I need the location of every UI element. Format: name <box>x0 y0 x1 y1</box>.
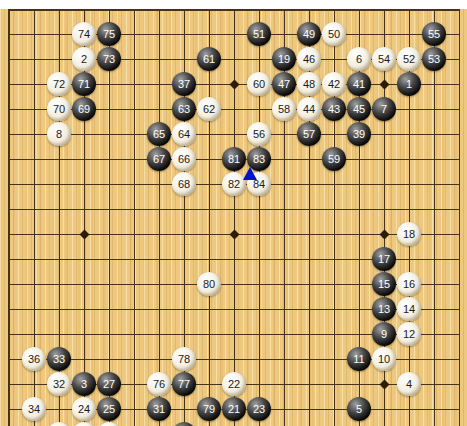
stone-move-number: 7 <box>381 104 387 115</box>
stone-black-3: 3 <box>72 372 96 396</box>
stone-move-number: 24 <box>78 404 90 415</box>
stone-white-54: 54 <box>372 47 396 71</box>
stone-move-number: 34 <box>28 404 40 415</box>
stone-black-73: 73 <box>97 47 121 71</box>
stone-black-79: 79 <box>197 397 221 421</box>
stone-move-number: 22 <box>228 379 240 390</box>
stone-white-32: 32 <box>47 372 71 396</box>
stone-move-number: 31 <box>153 404 165 415</box>
stone-move-number: 62 <box>203 104 215 115</box>
stone-black-67: 67 <box>147 147 171 171</box>
stone-black-69: 69 <box>72 97 96 121</box>
stone-black-23: 23 <box>247 397 271 421</box>
grid-vline <box>109 9 110 426</box>
stone-black-17: 17 <box>372 247 396 271</box>
stone-move-number: 18 <box>403 229 415 240</box>
stone-move-number: 49 <box>303 29 315 40</box>
stone-black-63: 63 <box>172 97 196 121</box>
stone-move-number: 74 <box>78 29 90 40</box>
stone-move-number: 65 <box>153 129 165 140</box>
stone-white-48: 48 <box>297 72 321 96</box>
stone-white-52: 52 <box>397 47 421 71</box>
stone-white-64: 64 <box>172 122 196 146</box>
stone-move-number: 76 <box>153 379 165 390</box>
stone-move-number: 1 <box>406 79 412 90</box>
stone-move-number: 45 <box>353 104 365 115</box>
stone-black-43: 43 <box>322 97 346 121</box>
stone-move-number: 48 <box>303 79 315 90</box>
stone-white-14: 14 <box>397 297 421 321</box>
grid-vline <box>459 9 460 426</box>
stone-move-number: 37 <box>178 79 190 90</box>
star-point <box>79 229 89 239</box>
grid-vline <box>159 9 160 426</box>
stone-move-number: 61 <box>203 54 215 65</box>
stone-move-number: 42 <box>328 79 340 90</box>
go-board[interactable]: 7475514950552736119466545253727137604748… <box>0 0 467 426</box>
stone-move-number: 16 <box>403 279 415 290</box>
stone-move-number: 59 <box>328 154 340 165</box>
stone-move-number: 23 <box>253 404 265 415</box>
stone-black-71: 71 <box>72 72 96 96</box>
stone-move-number: 57 <box>303 129 315 140</box>
stone-move-number: 41 <box>353 79 365 90</box>
stone-black-37: 37 <box>172 72 196 96</box>
stone-black-49: 49 <box>297 22 321 46</box>
stone-black-19: 19 <box>272 47 296 71</box>
stone-black-13: 13 <box>372 297 396 321</box>
stone-black-7: 7 <box>372 97 396 121</box>
stone-move-number: 64 <box>178 129 190 140</box>
stone-black-5: 5 <box>347 397 371 421</box>
stone-black-77: 77 <box>172 372 196 396</box>
grid-hline <box>8 209 460 210</box>
stone-move-number: 8 <box>56 129 62 140</box>
stone-move-number: 44 <box>303 104 315 115</box>
stone-white-66: 66 <box>172 147 196 171</box>
stone-white-36: 36 <box>22 347 46 371</box>
stone-black-51: 51 <box>247 22 271 46</box>
stone-black-27: 27 <box>97 372 121 396</box>
stone-white-22: 22 <box>222 372 246 396</box>
stone-move-number: 79 <box>203 404 215 415</box>
stone-white-58: 58 <box>272 97 296 121</box>
stone-white-78: 78 <box>172 347 196 371</box>
stone-white-74: 74 <box>72 22 96 46</box>
stone-move-number: 77 <box>178 379 190 390</box>
stone-move-number: 10 <box>378 354 390 365</box>
stone-white-46: 46 <box>297 47 321 71</box>
stone-move-number: 69 <box>78 104 90 115</box>
star-point <box>379 379 389 389</box>
stone-black-53: 53 <box>422 47 446 71</box>
stone-white-50: 50 <box>322 22 346 46</box>
stone-white-2: 2 <box>72 47 96 71</box>
stone-partial <box>97 422 121 426</box>
go-app-window: 7475514950552736119466545253727137604748… <box>0 0 467 426</box>
star-point <box>229 229 239 239</box>
stone-black-45: 45 <box>347 97 371 121</box>
stone-move-number: 83 <box>253 154 265 165</box>
stone-white-8: 8 <box>47 122 71 146</box>
stone-move-number: 46 <box>303 54 315 65</box>
stone-move-number: 81 <box>228 154 240 165</box>
stone-move-number: 25 <box>103 404 115 415</box>
grid-vline <box>434 9 435 426</box>
stone-black-65: 65 <box>147 122 171 146</box>
stone-move-number: 52 <box>403 54 415 65</box>
stone-black-39: 39 <box>347 122 371 146</box>
stone-move-number: 11 <box>353 354 364 365</box>
stone-move-number: 2 <box>81 54 87 65</box>
stone-move-number: 21 <box>228 404 240 415</box>
stone-black-47: 47 <box>272 72 296 96</box>
stone-move-number: 5 <box>356 404 362 415</box>
stone-move-number: 80 <box>203 279 215 290</box>
stone-white-44: 44 <box>297 97 321 121</box>
stone-white-10: 10 <box>372 347 396 371</box>
stone-move-number: 66 <box>178 154 190 165</box>
stone-move-number: 13 <box>378 304 390 315</box>
star-point <box>379 79 389 89</box>
stone-move-number: 55 <box>428 29 440 40</box>
stone-white-6: 6 <box>347 47 371 71</box>
stone-move-number: 67 <box>153 154 165 165</box>
stone-move-number: 33 <box>53 354 65 365</box>
stone-white-76: 76 <box>147 372 171 396</box>
stone-move-number: 73 <box>103 54 115 65</box>
stone-move-number: 84 <box>253 179 265 190</box>
stone-move-number: 51 <box>253 29 265 40</box>
stone-move-number: 47 <box>278 79 290 90</box>
stone-partial <box>72 422 96 426</box>
grid-vline <box>209 9 210 426</box>
stone-black-21: 21 <box>222 397 246 421</box>
stone-move-number: 9 <box>381 329 387 340</box>
stone-black-25: 25 <box>97 397 121 421</box>
stone-white-72: 72 <box>47 72 71 96</box>
stone-black-61: 61 <box>197 47 221 71</box>
stone-move-number: 17 <box>378 254 390 265</box>
stone-move-number: 14 <box>403 304 415 315</box>
stone-black-15: 15 <box>372 272 396 296</box>
stone-move-number: 60 <box>253 79 265 90</box>
stone-move-number: 39 <box>353 129 365 140</box>
stone-white-18: 18 <box>397 222 421 246</box>
stone-move-number: 4 <box>406 379 412 390</box>
stone-black-1: 1 <box>397 72 421 96</box>
star-point <box>379 229 389 239</box>
stone-move-number: 27 <box>103 379 115 390</box>
stone-move-number: 78 <box>178 354 190 365</box>
grid-vline <box>8 9 10 426</box>
stone-white-62: 62 <box>197 97 221 121</box>
stone-white-70: 70 <box>47 97 71 121</box>
stone-move-number: 54 <box>378 54 390 65</box>
stone-partial <box>172 422 196 426</box>
stone-white-68: 68 <box>172 172 196 196</box>
stone-black-57: 57 <box>297 122 321 146</box>
stone-white-4: 4 <box>397 372 421 396</box>
grid-vline <box>134 9 135 426</box>
stone-black-41: 41 <box>347 72 371 96</box>
grid-hline <box>8 9 460 11</box>
stone-move-number: 3 <box>81 379 87 390</box>
stone-white-34: 34 <box>22 397 46 421</box>
stone-move-number: 75 <box>103 29 115 40</box>
stone-black-33: 33 <box>47 347 71 371</box>
stone-white-24: 24 <box>72 397 96 421</box>
stone-move-number: 63 <box>178 104 190 115</box>
stone-move-number: 58 <box>278 104 290 115</box>
stone-move-number: 43 <box>328 104 340 115</box>
stone-move-number: 19 <box>278 54 290 65</box>
stone-move-number: 68 <box>178 179 190 190</box>
top-strip <box>0 0 467 9</box>
stone-white-80: 80 <box>197 272 221 296</box>
stone-move-number: 32 <box>53 379 65 390</box>
grid-vline <box>234 9 235 426</box>
stone-black-11: 11 <box>347 347 371 371</box>
grid-hline <box>8 134 460 135</box>
stone-white-56: 56 <box>247 122 271 146</box>
stone-black-55: 55 <box>422 22 446 46</box>
stone-move-number: 56 <box>253 129 265 140</box>
stone-black-59: 59 <box>322 147 346 171</box>
stone-white-16: 16 <box>397 272 421 296</box>
stone-move-number: 36 <box>28 354 40 365</box>
star-point <box>229 79 239 89</box>
stone-move-number: 71 <box>78 79 90 90</box>
stone-move-number: 50 <box>328 29 340 40</box>
stone-move-number: 12 <box>403 329 415 340</box>
stone-move-number: 70 <box>53 104 65 115</box>
last-move-marker-icon <box>243 167 257 180</box>
stone-move-number: 53 <box>428 54 440 65</box>
stone-white-42: 42 <box>322 72 346 96</box>
stone-white-12: 12 <box>397 322 421 346</box>
stone-white-60: 60 <box>247 72 271 96</box>
stone-partial <box>47 422 71 426</box>
stone-black-75: 75 <box>97 22 121 46</box>
stone-black-9: 9 <box>372 322 396 346</box>
stone-move-number: 15 <box>378 279 390 290</box>
stone-move-number: 72 <box>53 79 65 90</box>
stone-black-31: 31 <box>147 397 171 421</box>
stone-move-number: 82 <box>228 179 240 190</box>
stone-move-number: 6 <box>356 54 362 65</box>
